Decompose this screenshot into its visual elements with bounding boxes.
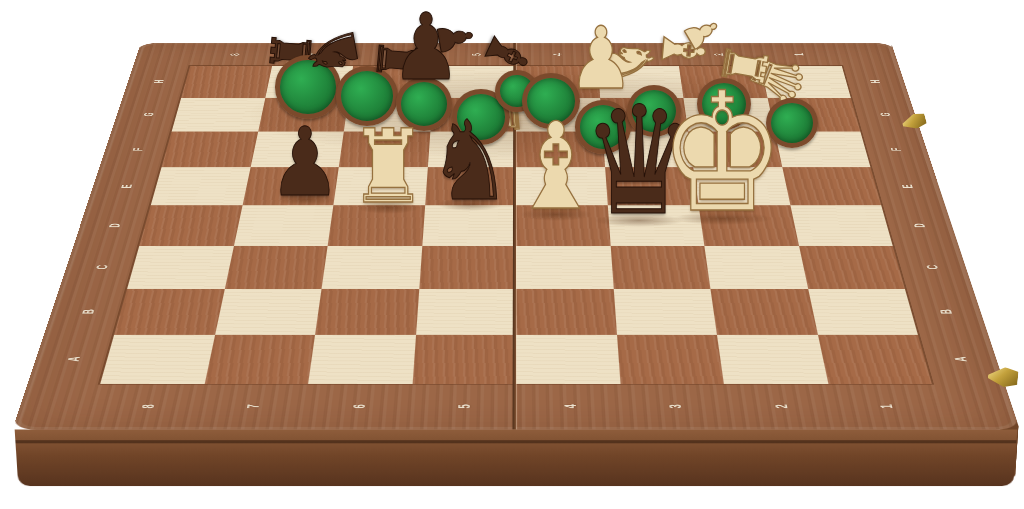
label-far-8: 8 [226,53,242,55]
label-near-5: 5 [453,404,473,408]
label-near-4: 4 [559,404,579,408]
label-left-F: F [128,148,145,151]
label-right-H: H [866,80,882,83]
label-far-4: 4 [549,53,564,55]
square-h2 [679,66,767,98]
square-g8 [172,98,265,132]
label-far-7: 7 [307,53,322,55]
label-near-6: 6 [348,404,368,408]
square-f2 [688,132,782,168]
label-left-D: D [104,223,123,227]
square-b2 [710,289,817,335]
label-far-1: 1 [790,53,806,55]
square-g5 [430,98,516,132]
square-c5 [419,246,516,289]
square-d2 [699,205,799,245]
square-c7 [224,246,327,289]
label-right-C: C [922,265,941,269]
board-right-side [890,45,1019,479]
square-h6 [349,66,435,98]
square-b4 [516,289,616,335]
square-f1 [774,132,870,168]
square-b3 [613,289,717,335]
square-a2 [717,335,828,384]
square-c6 [322,246,422,289]
square-h5 [432,66,516,98]
square-c2 [704,246,807,289]
label-near-3: 3 [664,404,684,408]
square-b8 [114,289,224,335]
board-front-side [15,430,1018,487]
square-g1 [767,98,860,132]
label-near-2: 2 [770,404,790,408]
square-g7 [258,98,349,132]
square-e6 [333,167,427,205]
square-b5 [416,289,516,335]
square-a7 [204,335,315,384]
square-f3 [602,132,693,168]
label-far-5: 5 [468,53,483,55]
square-d1 [790,205,893,245]
square-f8 [162,132,258,168]
label-left-E: E [117,184,135,188]
square-b1 [808,289,918,335]
square-d7 [233,205,333,245]
label-near-1: 1 [875,404,896,408]
square-h4 [516,66,600,98]
square-e2 [693,167,790,205]
label-left-B: B [77,309,97,314]
square-a6 [308,335,415,384]
chessboard: HGFEDCBAHGFEDCBA8765432187654321 [12,43,1019,430]
label-near-7: 7 [242,404,262,408]
label-far-6: 6 [387,53,402,55]
square-h8 [181,66,271,98]
square-e4 [516,167,607,205]
photo-stage: HGFEDCBAHGFEDCBA8765432187654321 ♜♟♝♜♝♟♛… [0,0,1024,509]
label-right-D: D [909,223,928,227]
label-right-B: B [935,309,955,314]
square-d8 [139,205,242,245]
square-f7 [250,132,344,168]
label-far-3: 3 [629,53,644,55]
label-left-H: H [150,80,166,83]
label-right-A: A [949,356,970,361]
square-c8 [127,246,233,289]
square-e5 [425,167,516,205]
square-h1 [760,66,850,98]
square-g3 [600,98,688,132]
square-f6 [339,132,430,168]
label-far-2: 2 [710,53,725,55]
square-e8 [151,167,250,205]
label-left-A: A [62,356,83,361]
square-d5 [422,205,516,245]
square-a8 [100,335,214,384]
square-f5 [427,132,516,168]
board-squares [100,66,932,384]
board-scene: HGFEDCBAHGFEDCBA8765432187654321 [0,0,1024,509]
square-g2 [683,98,774,132]
square-e1 [782,167,881,205]
square-e7 [242,167,339,205]
square-d6 [328,205,425,245]
square-a3 [616,335,723,384]
square-a5 [412,335,516,384]
label-near-8: 8 [136,404,157,408]
square-h3 [597,66,683,98]
square-a1 [817,335,931,384]
square-c4 [516,246,613,289]
square-c1 [799,246,905,289]
square-d4 [516,205,610,245]
square-f4 [516,132,605,168]
label-left-G: G [139,112,156,116]
label-right-E: E [897,184,915,188]
square-b7 [215,289,322,335]
square-g4 [516,98,602,132]
label-left-C: C [91,265,110,269]
square-d3 [607,205,704,245]
label-right-G: G [876,112,893,116]
square-e3 [605,167,699,205]
square-h7 [265,66,353,98]
square-g6 [344,98,432,132]
label-right-F: F [886,148,903,151]
square-a4 [516,335,620,384]
square-c3 [610,246,710,289]
square-b6 [315,289,419,335]
